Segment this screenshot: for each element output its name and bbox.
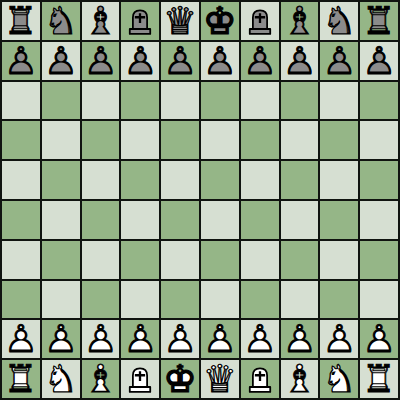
square-b6[interactable] xyxy=(42,161,80,199)
black-knight[interactable]: ♞♘ xyxy=(320,2,358,40)
square-b3[interactable] xyxy=(42,281,80,319)
square-f8[interactable] xyxy=(201,82,239,120)
pawn-glyph-fill: ♟ xyxy=(201,320,239,358)
black-rook[interactable]: ♜♖ xyxy=(360,2,398,40)
square-f5[interactable] xyxy=(201,201,239,239)
square-h1[interactable]: ♝♗ xyxy=(281,360,319,398)
square-i1[interactable]: ♞♘ xyxy=(320,360,358,398)
white-pawn[interactable]: ♟♙ xyxy=(241,320,279,358)
square-g4[interactable] xyxy=(241,241,279,279)
pawn-glyph-outline: ♙ xyxy=(42,320,80,358)
white-tombstone[interactable] xyxy=(121,360,159,398)
white-rook[interactable]: ♜♖ xyxy=(360,360,398,398)
pawn-glyph-fill: ♟ xyxy=(121,320,159,358)
white-pawn[interactable]: ♟♙ xyxy=(281,320,319,358)
square-c8[interactable] xyxy=(82,82,120,120)
square-f9[interactable]: ♟♙ xyxy=(201,42,239,80)
square-f1[interactable]: ♛♕ xyxy=(201,360,239,398)
white-pawn[interactable]: ♟♙ xyxy=(161,320,199,358)
black-queen[interactable]: ♛♕ xyxy=(161,2,199,40)
queen-glyph-outline: ♕ xyxy=(161,2,199,40)
pawn-glyph-fill: ♟ xyxy=(320,42,358,80)
black-pawn[interactable]: ♟♙ xyxy=(201,42,239,80)
square-i3[interactable] xyxy=(320,281,358,319)
square-a3[interactable] xyxy=(2,281,40,319)
king-glyph-outline: ♔ xyxy=(161,360,199,398)
square-c1[interactable]: ♝♗ xyxy=(82,360,120,398)
pawn-glyph-outline: ♙ xyxy=(161,42,199,80)
square-d3[interactable] xyxy=(121,281,159,319)
bishop-glyph-fill: ♝ xyxy=(281,2,319,40)
square-h2[interactable]: ♟♙ xyxy=(281,320,319,358)
square-h6[interactable] xyxy=(281,161,319,199)
white-pawn[interactable]: ♟♙ xyxy=(82,320,120,358)
square-f6[interactable] xyxy=(201,161,239,199)
square-i2[interactable]: ♟♙ xyxy=(320,320,358,358)
square-f10[interactable]: ♚♔ xyxy=(201,2,239,40)
chess-board: ♜♖♞♘♝♗ ♛♕♚♔ ♝♗♞♘♜♖♟♙♟♙♟♙♟♙♟♙♟♙♟♙♟♙♟♙♟♙♟♙… xyxy=(0,0,400,400)
square-g8[interactable] xyxy=(241,82,279,120)
square-f4[interactable] xyxy=(201,241,239,279)
square-b10[interactable]: ♞♘ xyxy=(42,2,80,40)
square-a1[interactable]: ♜♖ xyxy=(2,360,40,398)
knight-glyph-outline: ♘ xyxy=(320,2,358,40)
bishop-glyph-fill: ♝ xyxy=(82,2,120,40)
square-i6[interactable] xyxy=(320,161,358,199)
bishop-glyph-outline: ♗ xyxy=(82,2,120,40)
pawn-glyph-outline: ♙ xyxy=(281,320,319,358)
square-d7[interactable] xyxy=(121,121,159,159)
knight-glyph-fill: ♞ xyxy=(42,360,80,398)
black-knight[interactable]: ♞♘ xyxy=(42,2,80,40)
pawn-glyph-fill: ♟ xyxy=(42,42,80,80)
black-pawn[interactable]: ♟♙ xyxy=(360,42,398,80)
square-j4[interactable] xyxy=(360,241,398,279)
pawn-glyph-fill: ♟ xyxy=(42,320,80,358)
pawn-glyph-fill: ♟ xyxy=(121,42,159,80)
square-a7[interactable] xyxy=(2,121,40,159)
square-a9[interactable]: ♟♙ xyxy=(2,42,40,80)
square-g6[interactable] xyxy=(241,161,279,199)
pawn-glyph-outline: ♙ xyxy=(42,42,80,80)
square-g1[interactable] xyxy=(241,360,279,398)
rook-glyph-outline: ♖ xyxy=(2,2,40,40)
square-c2[interactable]: ♟♙ xyxy=(82,320,120,358)
square-e7[interactable] xyxy=(161,121,199,159)
pawn-glyph-fill: ♟ xyxy=(2,42,40,80)
black-pawn[interactable]: ♟♙ xyxy=(2,42,40,80)
square-h7[interactable] xyxy=(281,121,319,159)
pawn-glyph-outline: ♙ xyxy=(121,320,159,358)
pawn-glyph-fill: ♟ xyxy=(320,320,358,358)
square-j7[interactable] xyxy=(360,121,398,159)
square-b7[interactable] xyxy=(42,121,80,159)
pawn-glyph-outline: ♙ xyxy=(360,320,398,358)
rook-glyph-outline: ♖ xyxy=(360,360,398,398)
white-knight[interactable]: ♞♘ xyxy=(320,360,358,398)
white-queen[interactable]: ♛♕ xyxy=(201,360,239,398)
king-glyph-fill: ♚ xyxy=(161,360,199,398)
bishop-glyph-outline: ♗ xyxy=(82,360,120,398)
pawn-glyph-fill: ♟ xyxy=(161,320,199,358)
queen-glyph-fill: ♛ xyxy=(201,360,239,398)
pawn-glyph-fill: ♟ xyxy=(360,320,398,358)
black-pawn[interactable]: ♟♙ xyxy=(281,42,319,80)
black-king[interactable]: ♚♔ xyxy=(201,2,239,40)
square-e8[interactable] xyxy=(161,82,199,120)
pawn-glyph-outline: ♙ xyxy=(161,320,199,358)
pawn-glyph-fill: ♟ xyxy=(2,320,40,358)
knight-glyph-outline: ♘ xyxy=(42,360,80,398)
queen-glyph-outline: ♕ xyxy=(201,360,239,398)
square-i8[interactable] xyxy=(320,82,358,120)
black-tombstone[interactable] xyxy=(121,2,159,40)
square-h3[interactable] xyxy=(281,281,319,319)
square-j5[interactable] xyxy=(360,201,398,239)
square-a8[interactable] xyxy=(2,82,40,120)
bishop-glyph-fill: ♝ xyxy=(82,360,120,398)
square-d10[interactable] xyxy=(121,2,159,40)
square-j3[interactable] xyxy=(360,281,398,319)
king-glyph-fill: ♚ xyxy=(201,2,239,40)
square-d4[interactable] xyxy=(121,241,159,279)
square-i10[interactable]: ♞♘ xyxy=(320,2,358,40)
black-tombstone[interactable] xyxy=(241,2,279,40)
white-pawn[interactable]: ♟♙ xyxy=(320,320,358,358)
queen-glyph-fill: ♛ xyxy=(161,2,199,40)
square-c5[interactable] xyxy=(82,201,120,239)
square-j6[interactable] xyxy=(360,161,398,199)
white-pawn[interactable]: ♟♙ xyxy=(121,320,159,358)
square-g9[interactable]: ♟♙ xyxy=(241,42,279,80)
square-a4[interactable] xyxy=(2,241,40,279)
knight-glyph-outline: ♘ xyxy=(42,2,80,40)
square-c4[interactable] xyxy=(82,241,120,279)
black-pawn[interactable]: ♟♙ xyxy=(320,42,358,80)
pawn-glyph-fill: ♟ xyxy=(281,42,319,80)
square-d6[interactable] xyxy=(121,161,159,199)
white-pawn[interactable]: ♟♙ xyxy=(360,320,398,358)
pawn-glyph-outline: ♙ xyxy=(82,42,120,80)
square-d2[interactable]: ♟♙ xyxy=(121,320,159,358)
square-i5[interactable] xyxy=(320,201,358,239)
square-a10[interactable]: ♜♖ xyxy=(2,2,40,40)
square-h5[interactable] xyxy=(281,201,319,239)
square-g5[interactable] xyxy=(241,201,279,239)
king-glyph-outline: ♔ xyxy=(201,2,239,40)
square-h9[interactable]: ♟♙ xyxy=(281,42,319,80)
pawn-glyph-fill: ♟ xyxy=(241,320,279,358)
square-j2[interactable]: ♟♙ xyxy=(360,320,398,358)
pawn-glyph-fill: ♟ xyxy=(241,42,279,80)
bishop-glyph-outline: ♗ xyxy=(281,2,319,40)
square-e1[interactable]: ♚♔ xyxy=(161,360,199,398)
pawn-glyph-outline: ♙ xyxy=(201,320,239,358)
square-a5[interactable] xyxy=(2,201,40,239)
square-c6[interactable] xyxy=(82,161,120,199)
rook-glyph-fill: ♜ xyxy=(360,2,398,40)
rook-glyph-outline: ♖ xyxy=(360,2,398,40)
tombstone-icon xyxy=(124,363,156,395)
bishop-glyph-fill: ♝ xyxy=(281,360,319,398)
square-a6[interactable] xyxy=(2,161,40,199)
rook-glyph-fill: ♜ xyxy=(2,360,40,398)
black-pawn[interactable]: ♟♙ xyxy=(241,42,279,80)
square-d8[interactable] xyxy=(121,82,159,120)
pawn-glyph-outline: ♙ xyxy=(360,42,398,80)
square-h10[interactable]: ♝♗ xyxy=(281,2,319,40)
square-g2[interactable]: ♟♙ xyxy=(241,320,279,358)
square-b1[interactable]: ♞♘ xyxy=(42,360,80,398)
square-d1[interactable] xyxy=(121,360,159,398)
square-c10[interactable]: ♝♗ xyxy=(82,2,120,40)
square-i7[interactable] xyxy=(320,121,358,159)
pawn-glyph-outline: ♙ xyxy=(82,320,120,358)
square-c9[interactable]: ♟♙ xyxy=(82,42,120,80)
square-f7[interactable] xyxy=(201,121,239,159)
square-j8[interactable] xyxy=(360,82,398,120)
square-b5[interactable] xyxy=(42,201,80,239)
black-pawn[interactable]: ♟♙ xyxy=(82,42,120,80)
square-e2[interactable]: ♟♙ xyxy=(161,320,199,358)
pawn-glyph-outline: ♙ xyxy=(281,42,319,80)
square-f3[interactable] xyxy=(201,281,239,319)
tombstone-icon xyxy=(244,363,276,395)
knight-glyph-fill: ♞ xyxy=(42,2,80,40)
tombstone-icon xyxy=(244,5,276,37)
square-a2[interactable]: ♟♙ xyxy=(2,320,40,358)
knight-glyph-fill: ♞ xyxy=(320,360,358,398)
black-pawn[interactable]: ♟♙ xyxy=(121,42,159,80)
square-b9[interactable]: ♟♙ xyxy=(42,42,80,80)
white-bishop[interactable]: ♝♗ xyxy=(82,360,120,398)
square-j10[interactable]: ♜♖ xyxy=(360,2,398,40)
pawn-glyph-fill: ♟ xyxy=(82,320,120,358)
square-b8[interactable] xyxy=(42,82,80,120)
pawn-glyph-outline: ♙ xyxy=(121,42,159,80)
white-pawn[interactable]: ♟♙ xyxy=(201,320,239,358)
pawn-glyph-outline: ♙ xyxy=(2,42,40,80)
square-d5[interactable] xyxy=(121,201,159,239)
square-e3[interactable] xyxy=(161,281,199,319)
black-rook[interactable]: ♜♖ xyxy=(2,2,40,40)
square-e10[interactable]: ♛♕ xyxy=(161,2,199,40)
black-pawn[interactable]: ♟♙ xyxy=(161,42,199,80)
pawn-glyph-outline: ♙ xyxy=(201,42,239,80)
pawn-glyph-fill: ♟ xyxy=(281,320,319,358)
square-g7[interactable] xyxy=(241,121,279,159)
square-e4[interactable] xyxy=(161,241,199,279)
square-d9[interactable]: ♟♙ xyxy=(121,42,159,80)
white-king[interactable]: ♚♔ xyxy=(161,360,199,398)
white-pawn[interactable]: ♟♙ xyxy=(2,320,40,358)
pawn-glyph-outline: ♙ xyxy=(320,42,358,80)
square-j1[interactable]: ♜♖ xyxy=(360,360,398,398)
rook-glyph-outline: ♖ xyxy=(2,360,40,398)
pawn-glyph-outline: ♙ xyxy=(241,42,279,80)
rook-glyph-fill: ♜ xyxy=(2,2,40,40)
knight-glyph-fill: ♞ xyxy=(320,2,358,40)
white-bishop[interactable]: ♝♗ xyxy=(281,360,319,398)
square-b4[interactable] xyxy=(42,241,80,279)
square-e5[interactable] xyxy=(161,201,199,239)
pawn-glyph-fill: ♟ xyxy=(161,42,199,80)
pawn-glyph-outline: ♙ xyxy=(2,320,40,358)
pawn-glyph-fill: ♟ xyxy=(201,42,239,80)
square-c7[interactable] xyxy=(82,121,120,159)
square-f2[interactable]: ♟♙ xyxy=(201,320,239,358)
white-rook[interactable]: ♜♖ xyxy=(2,360,40,398)
square-i9[interactable]: ♟♙ xyxy=(320,42,358,80)
pawn-glyph-outline: ♙ xyxy=(320,320,358,358)
black-bishop[interactable]: ♝♗ xyxy=(82,2,120,40)
square-i4[interactable] xyxy=(320,241,358,279)
black-bishop[interactable]: ♝♗ xyxy=(281,2,319,40)
square-g10[interactable] xyxy=(241,2,279,40)
square-h4[interactable] xyxy=(281,241,319,279)
black-pawn[interactable]: ♟♙ xyxy=(42,42,80,80)
white-tombstone[interactable] xyxy=(241,360,279,398)
bishop-glyph-outline: ♗ xyxy=(281,360,319,398)
pawn-glyph-fill: ♟ xyxy=(82,42,120,80)
white-pawn[interactable]: ♟♙ xyxy=(42,320,80,358)
tombstone-icon xyxy=(124,5,156,37)
square-c3[interactable] xyxy=(82,281,120,319)
square-g3[interactable] xyxy=(241,281,279,319)
pawn-glyph-outline: ♙ xyxy=(241,320,279,358)
square-e6[interactable] xyxy=(161,161,199,199)
pawn-glyph-fill: ♟ xyxy=(360,42,398,80)
square-h8[interactable] xyxy=(281,82,319,120)
rook-glyph-fill: ♜ xyxy=(360,360,398,398)
square-e9[interactable]: ♟♙ xyxy=(161,42,199,80)
square-b2[interactable]: ♟♙ xyxy=(42,320,80,358)
white-knight[interactable]: ♞♘ xyxy=(42,360,80,398)
square-j9[interactable]: ♟♙ xyxy=(360,42,398,80)
knight-glyph-outline: ♘ xyxy=(320,360,358,398)
